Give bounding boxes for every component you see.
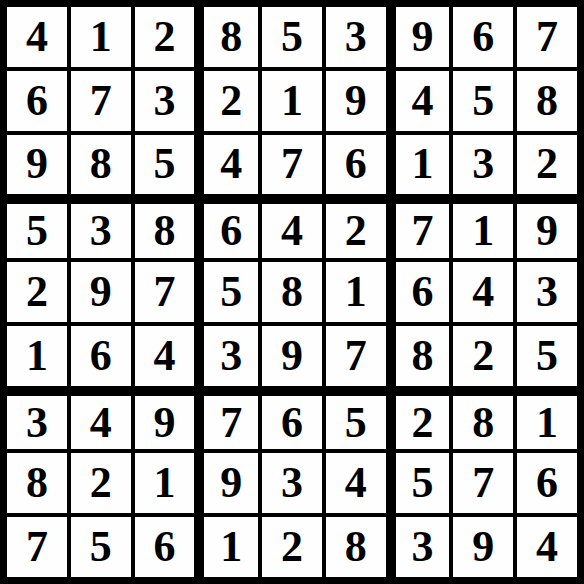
cell-r1c2[interactable]: 1 <box>71 7 131 67</box>
cell-r3c3[interactable]: 5 <box>135 135 195 195</box>
cell-r4c2[interactable]: 3 <box>71 198 131 258</box>
cell-r2c9[interactable]: 8 <box>517 71 577 131</box>
cell-r1c3[interactable]: 2 <box>135 7 195 67</box>
cell-r2c2[interactable]: 7 <box>71 71 131 131</box>
cell-r2c7[interactable]: 4 <box>390 71 450 131</box>
cell-r4c1[interactable]: 5 <box>7 198 67 258</box>
cell-r3c6[interactable]: 6 <box>326 135 386 195</box>
cell-r7c1[interactable]: 3 <box>7 390 67 450</box>
cell-r4c5[interactable]: 4 <box>262 198 322 258</box>
cell-r6c1[interactable]: 1 <box>7 326 67 386</box>
cell-r5c1[interactable]: 2 <box>7 262 67 322</box>
cell-r9c2[interactable]: 5 <box>71 517 131 577</box>
cell-r5c6[interactable]: 1 <box>326 262 386 322</box>
cell-r8c4[interactable]: 9 <box>198 453 258 513</box>
cell-r2c1[interactable]: 6 <box>7 71 67 131</box>
cell-r4c8[interactable]: 1 <box>453 198 513 258</box>
cell-r5c2[interactable]: 9 <box>71 262 131 322</box>
cell-r8c9[interactable]: 6 <box>517 453 577 513</box>
cell-r6c2[interactable]: 6 <box>71 326 131 386</box>
cell-r9c3[interactable]: 6 <box>135 517 195 577</box>
cell-r7c8[interactable]: 8 <box>453 390 513 450</box>
cell-r9c1[interactable]: 7 <box>7 517 67 577</box>
cell-r7c5[interactable]: 6 <box>262 390 322 450</box>
cell-r1c9[interactable]: 7 <box>517 7 577 67</box>
cell-r8c8[interactable]: 7 <box>453 453 513 513</box>
cell-r6c9[interactable]: 5 <box>517 326 577 386</box>
cell-r9c5[interactable]: 2 <box>262 517 322 577</box>
cell-r4c9[interactable]: 9 <box>517 198 577 258</box>
cell-r5c5[interactable]: 8 <box>262 262 322 322</box>
cell-r7c2[interactable]: 4 <box>71 390 131 450</box>
cell-r7c6[interactable]: 5 <box>326 390 386 450</box>
cell-r4c4[interactable]: 6 <box>198 198 258 258</box>
cell-r7c7[interactable]: 2 <box>390 390 450 450</box>
cell-r3c8[interactable]: 3 <box>453 135 513 195</box>
cell-r6c5[interactable]: 9 <box>262 326 322 386</box>
cell-r3c9[interactable]: 2 <box>517 135 577 195</box>
cell-r2c4[interactable]: 2 <box>198 71 258 131</box>
cell-r8c7[interactable]: 5 <box>390 453 450 513</box>
cell-r4c7[interactable]: 7 <box>390 198 450 258</box>
cell-r9c4[interactable]: 1 <box>198 517 258 577</box>
cell-r5c8[interactable]: 4 <box>453 262 513 322</box>
cell-r4c6[interactable]: 2 <box>326 198 386 258</box>
cell-r9c6[interactable]: 8 <box>326 517 386 577</box>
cell-r9c9[interactable]: 4 <box>517 517 577 577</box>
cell-r9c7[interactable]: 3 <box>390 517 450 577</box>
cell-r1c6[interactable]: 3 <box>326 7 386 67</box>
cell-r6c6[interactable]: 7 <box>326 326 386 386</box>
sudoku-page: 4128539676732194589854761325386427192975… <box>0 0 584 584</box>
cell-r4c3[interactable]: 8 <box>135 198 195 258</box>
cell-r2c5[interactable]: 1 <box>262 71 322 131</box>
cell-r3c1[interactable]: 9 <box>7 135 67 195</box>
cell-r8c2[interactable]: 2 <box>71 453 131 513</box>
cell-r9c8[interactable]: 9 <box>453 517 513 577</box>
cell-r5c4[interactable]: 5 <box>198 262 258 322</box>
cell-r7c3[interactable]: 9 <box>135 390 195 450</box>
cell-r5c7[interactable]: 6 <box>390 262 450 322</box>
cell-r5c9[interactable]: 3 <box>517 262 577 322</box>
cell-r3c5[interactable]: 7 <box>262 135 322 195</box>
cell-r3c2[interactable]: 8 <box>71 135 131 195</box>
cell-r8c1[interactable]: 8 <box>7 453 67 513</box>
cell-r7c4[interactable]: 7 <box>198 390 258 450</box>
cell-r8c3[interactable]: 1 <box>135 453 195 513</box>
cell-r6c8[interactable]: 2 <box>453 326 513 386</box>
cell-r8c6[interactable]: 4 <box>326 453 386 513</box>
cell-r7c9[interactable]: 1 <box>517 390 577 450</box>
cell-r2c6[interactable]: 9 <box>326 71 386 131</box>
cell-r3c4[interactable]: 4 <box>198 135 258 195</box>
sudoku-board: 4128539676732194589854761325386427192975… <box>0 0 584 584</box>
cell-r2c8[interactable]: 5 <box>453 71 513 131</box>
cell-r1c8[interactable]: 6 <box>453 7 513 67</box>
cell-r1c4[interactable]: 8 <box>198 7 258 67</box>
cell-r6c3[interactable]: 4 <box>135 326 195 386</box>
cell-r5c3[interactable]: 7 <box>135 262 195 322</box>
cell-r6c7[interactable]: 8 <box>390 326 450 386</box>
cell-r1c7[interactable]: 9 <box>390 7 450 67</box>
cell-r6c4[interactable]: 3 <box>198 326 258 386</box>
cell-r3c7[interactable]: 1 <box>390 135 450 195</box>
cell-r2c3[interactable]: 3 <box>135 71 195 131</box>
cell-r8c5[interactable]: 3 <box>262 453 322 513</box>
cell-r1c1[interactable]: 4 <box>7 7 67 67</box>
cell-r1c5[interactable]: 5 <box>262 7 322 67</box>
